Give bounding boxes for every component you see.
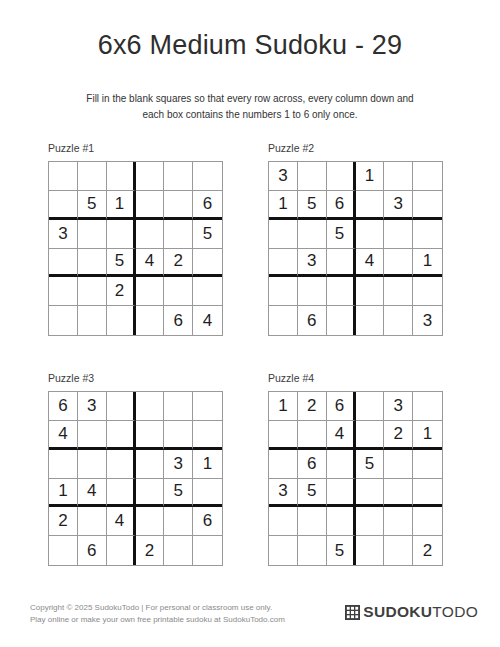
puzzle-1-cell-r6c1 [49, 306, 78, 335]
puzzle-4-cell-r1c6 [413, 392, 442, 421]
puzzle-4-cell-r4c6 [413, 479, 442, 508]
puzzle-3-cell-r2c6 [193, 421, 222, 450]
puzzle-2-cell-r3c2 [298, 220, 327, 249]
puzzle-2-cell-r1c4: 1 [356, 162, 385, 191]
puzzle-2-cell-r2c3: 6 [327, 191, 356, 220]
footer-copyright: Copyright © 2025 SudokuTodo | For person… [30, 602, 285, 627]
printable-sudoku-page: 6x6 Medium Sudoku - 29 Fill in the blank… [0, 0, 500, 647]
puzzle-3-cell-r4c6 [193, 479, 222, 508]
puzzle-2-cell-r6c2: 6 [298, 306, 327, 335]
puzzle-4-board: 1263421653552 [268, 391, 443, 566]
copyright-line-2: Play online or make your own free printa… [30, 615, 285, 624]
puzzle-4-cell-r4c3 [327, 479, 356, 508]
puzzle-2-cell-r3c1 [269, 220, 298, 249]
puzzle-3-cell-r5c2 [78, 507, 107, 536]
puzzle-4-cell-r3c4: 5 [356, 450, 385, 479]
puzzle-3-cell-r5c5 [164, 507, 193, 536]
puzzle-4-cell-r3c5 [384, 450, 413, 479]
puzzle-1-cell-r6c4 [136, 306, 165, 335]
puzzle-1-label: Puzzle #1 [48, 142, 223, 154]
puzzle-3-cell-r5c3: 4 [107, 507, 136, 536]
puzzle-1-cell-r5c1 [49, 277, 78, 306]
puzzle-2-cell-r5c2 [298, 277, 327, 306]
puzzle-4-cell-r3c1 [269, 450, 298, 479]
puzzle-1-cell-r6c3 [107, 306, 136, 335]
logo-text-todo: TODO [432, 603, 478, 621]
puzzle-2-cell-r4c3 [327, 249, 356, 278]
puzzle-4-cell-r4c2: 5 [298, 479, 327, 508]
puzzle-4: Puzzle #4 1263421653552 [268, 372, 443, 566]
puzzle-1-cell-r2c6: 6 [193, 191, 222, 220]
puzzle-2-cell-r4c1 [269, 249, 298, 278]
puzzle-4-cell-r4c1: 3 [269, 479, 298, 508]
instructions-line-1: Fill in the blank squares so that every … [86, 93, 413, 104]
puzzle-2-cell-r4c4: 4 [356, 249, 385, 278]
puzzle-4-cell-r5c1 [269, 507, 298, 536]
puzzle-2-cell-r4c2: 3 [298, 249, 327, 278]
puzzle-4-cell-r6c1 [269, 536, 298, 565]
sudokutodo-logo: SUDOKU TODO [345, 603, 478, 621]
puzzle-1-cell-r4c6 [193, 249, 222, 278]
puzzle-1-cell-r3c3 [107, 220, 136, 249]
puzzle-2-cell-r3c6 [413, 220, 442, 249]
puzzle-3-cell-r1c3 [107, 392, 136, 421]
puzzle-3-cell-r6c4: 2 [136, 536, 165, 565]
puzzle-4-cell-r4c4 [356, 479, 385, 508]
puzzle-1-cell-r4c3: 5 [107, 249, 136, 278]
puzzle-3-cell-r2c3 [107, 421, 136, 450]
puzzle-2-cell-r2c4 [356, 191, 385, 220]
puzzle-3-cell-r1c1: 6 [49, 392, 78, 421]
puzzle-3-cell-r1c6 [193, 392, 222, 421]
puzzle-1-cell-r5c2 [78, 277, 107, 306]
puzzle-2-cell-r6c1 [269, 306, 298, 335]
puzzle-1-cell-r6c5: 6 [164, 306, 193, 335]
puzzle-4-cell-r6c2 [298, 536, 327, 565]
puzzle-3-cell-r2c5 [164, 421, 193, 450]
puzzle-3-cell-r4c2: 4 [78, 479, 107, 508]
puzzle-1-cell-r2c2: 5 [78, 191, 107, 220]
puzzle-1-cell-r3c2 [78, 220, 107, 249]
puzzle-3-cell-r3c6: 1 [193, 450, 222, 479]
puzzle-3-cell-r2c2 [78, 421, 107, 450]
puzzle-3-cell-r4c3 [107, 479, 136, 508]
puzzle-1-cell-r3c6: 5 [193, 220, 222, 249]
puzzle-4-cell-r1c3: 6 [327, 392, 356, 421]
puzzle-3-cell-r2c1: 4 [49, 421, 78, 450]
puzzle-4-cell-r1c1: 1 [269, 392, 298, 421]
puzzle-4-cell-r3c3 [327, 450, 356, 479]
puzzle-3-cell-r1c5 [164, 392, 193, 421]
puzzle-4-cell-r2c2 [298, 421, 327, 450]
puzzle-2-cell-r1c1: 3 [269, 162, 298, 191]
puzzle-2: Puzzle #2 311563534163 [268, 142, 443, 336]
puzzle-4-cell-r5c3 [327, 507, 356, 536]
puzzle-1: Puzzle #1 51635542264 [48, 142, 223, 336]
puzzle-3-cell-r5c6: 6 [193, 507, 222, 536]
puzzle-1-board: 51635542264 [48, 161, 223, 336]
puzzle-3-cell-r4c1: 1 [49, 479, 78, 508]
puzzle-1-cell-r5c6 [193, 277, 222, 306]
puzzle-1-cell-r1c2 [78, 162, 107, 191]
puzzle-4-cell-r2c6: 1 [413, 421, 442, 450]
puzzle-2-cell-r5c1 [269, 277, 298, 306]
puzzle-2-label: Puzzle #2 [268, 142, 443, 154]
puzzle-1-cell-r3c5 [164, 220, 193, 249]
puzzle-1-cell-r1c4 [136, 162, 165, 191]
puzzle-2-cell-r6c6: 3 [413, 306, 442, 335]
puzzle-3-cell-r1c4 [136, 392, 165, 421]
puzzle-4-cell-r5c2 [298, 507, 327, 536]
puzzle-4-cell-r1c5: 3 [384, 392, 413, 421]
puzzle-4-cell-r6c6: 2 [413, 536, 442, 565]
puzzle-3-cell-r6c2: 6 [78, 536, 107, 565]
puzzle-2-cell-r2c2: 5 [298, 191, 327, 220]
puzzle-2-cell-r2c1: 1 [269, 191, 298, 220]
puzzle-1-cell-r2c3: 1 [107, 191, 136, 220]
puzzle-4-cell-r1c4 [356, 392, 385, 421]
puzzle-2-cell-r1c6 [413, 162, 442, 191]
puzzle-1-cell-r1c5 [164, 162, 193, 191]
puzzle-3: Puzzle #3 6343114524662 [48, 372, 223, 566]
logo-text-sudoku: SUDOKU [363, 603, 432, 621]
puzzle-2-cell-r5c4 [356, 277, 385, 306]
copyright-line-1: Copyright © 2025 SudokuTodo | For person… [30, 603, 272, 612]
puzzle-3-cell-r4c5: 5 [164, 479, 193, 508]
puzzle-3-cell-r6c6 [193, 536, 222, 565]
puzzle-1-cell-r1c3 [107, 162, 136, 191]
puzzle-3-cell-r2c4 [136, 421, 165, 450]
puzzle-4-cell-r1c2: 2 [298, 392, 327, 421]
puzzle-4-cell-r2c4 [356, 421, 385, 450]
puzzle-3-cell-r6c1 [49, 536, 78, 565]
puzzle-1-cell-r3c4 [136, 220, 165, 249]
puzzle-2-cell-r1c5 [384, 162, 413, 191]
puzzle-2-cell-r3c3: 5 [327, 220, 356, 249]
puzzle-4-cell-r3c6 [413, 450, 442, 479]
puzzle-2-cell-r5c6 [413, 277, 442, 306]
puzzle-2-cell-r3c5 [384, 220, 413, 249]
puzzle-3-cell-r5c4 [136, 507, 165, 536]
puzzle-1-cell-r1c6 [193, 162, 222, 191]
puzzle-3-board: 6343114524662 [48, 391, 223, 566]
puzzle-3-cell-r6c5 [164, 536, 193, 565]
puzzle-2-cell-r6c5 [384, 306, 413, 335]
puzzle-4-cell-r4c5 [384, 479, 413, 508]
page-title: 6x6 Medium Sudoku - 29 [0, 30, 500, 61]
puzzle-1-cell-r4c4: 4 [136, 249, 165, 278]
puzzle-2-cell-r5c3 [327, 277, 356, 306]
puzzle-1-cell-r5c3: 2 [107, 277, 136, 306]
puzzle-2-board: 311563534163 [268, 161, 443, 336]
puzzle-1-cell-r2c5 [164, 191, 193, 220]
puzzle-1-cell-r5c5 [164, 277, 193, 306]
instructions-line-2: each box contains the numbers 1 to 6 onl… [142, 109, 357, 120]
puzzle-2-cell-r2c6 [413, 191, 442, 220]
puzzle-4-cell-r2c5: 2 [384, 421, 413, 450]
puzzle-4-cell-r5c4 [356, 507, 385, 536]
puzzle-2-cell-r4c6: 1 [413, 249, 442, 278]
instructions: Fill in the blank squares so that every … [0, 91, 500, 122]
puzzle-4-cell-r2c3: 4 [327, 421, 356, 450]
puzzle-2-cell-r1c3 [327, 162, 356, 191]
puzzle-2-cell-r5c5 [384, 277, 413, 306]
puzzle-3-cell-r3c3 [107, 450, 136, 479]
puzzle-1-cell-r2c4 [136, 191, 165, 220]
puzzle-1-cell-r2c1 [49, 191, 78, 220]
puzzle-2-cell-r4c5 [384, 249, 413, 278]
puzzle-4-cell-r3c2: 6 [298, 450, 327, 479]
puzzle-4-cell-r6c5 [384, 536, 413, 565]
puzzle-3-cell-r4c4 [136, 479, 165, 508]
puzzle-2-cell-r1c2 [298, 162, 327, 191]
puzzle-3-cell-r3c2 [78, 450, 107, 479]
puzzle-3-cell-r3c4 [136, 450, 165, 479]
puzzle-4-label: Puzzle #4 [268, 372, 443, 384]
puzzle-3-cell-r6c3 [107, 536, 136, 565]
puzzle-1-cell-r6c6: 4 [193, 306, 222, 335]
puzzle-2-cell-r6c3 [327, 306, 356, 335]
puzzle-1-cell-r4c5: 2 [164, 249, 193, 278]
puzzle-3-cell-r1c2: 3 [78, 392, 107, 421]
puzzle-2-cell-r3c4 [356, 220, 385, 249]
puzzle-3-cell-r3c1 [49, 450, 78, 479]
puzzle-3-cell-r3c5: 3 [164, 450, 193, 479]
puzzle-1-cell-r4c2 [78, 249, 107, 278]
puzzle-1-cell-r1c1 [49, 162, 78, 191]
grid-logo-icon [345, 605, 363, 620]
puzzle-4-cell-r6c3: 5 [327, 536, 356, 565]
puzzle-1-cell-r3c1: 3 [49, 220, 78, 249]
puzzle-3-cell-r5c1: 2 [49, 507, 78, 536]
puzzle-1-cell-r6c2 [78, 306, 107, 335]
puzzle-2-cell-r2c5: 3 [384, 191, 413, 220]
puzzle-4-cell-r6c4 [356, 536, 385, 565]
puzzle-3-label: Puzzle #3 [48, 372, 223, 384]
puzzle-4-cell-r5c5 [384, 507, 413, 536]
puzzle-1-cell-r4c1 [49, 249, 78, 278]
puzzle-1-cell-r5c4 [136, 277, 165, 306]
puzzle-4-cell-r2c1 [269, 421, 298, 450]
puzzle-4-cell-r5c6 [413, 507, 442, 536]
puzzle-2-cell-r6c4 [356, 306, 385, 335]
